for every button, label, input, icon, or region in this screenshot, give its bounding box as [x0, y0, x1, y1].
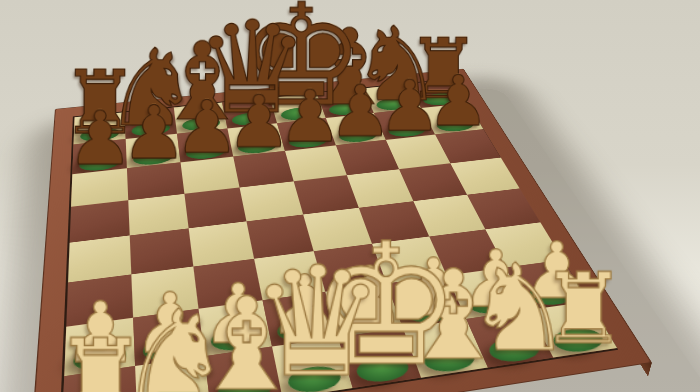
square-a4	[68, 235, 131, 282]
square-a6	[71, 168, 128, 207]
chess-board: ♜♞♝♛♚♝♞♜♟♟♟♟♟♟♟♟♟♟♟♟♟♟♟♟♜♞♝♛♚♝♞♜	[29, 69, 652, 392]
square-a1: ♜	[62, 366, 137, 392]
board-grid: ♜♞♝♛♚♝♞♜♟♟♟♟♟♟♟♟♟♟♟♟♟♟♟♟♜♞♝♛♚♝♞♜	[62, 79, 615, 392]
square-c4	[189, 221, 254, 266]
photo-scene: ♜♞♝♛♚♝♞♜♟♟♟♟♟♟♟♟♟♟♟♟♟♟♟♟♜♞♝♛♚♝♞♜	[0, 0, 700, 392]
square-a5	[70, 200, 130, 242]
square-b4	[130, 228, 194, 274]
piece-glyph: ♜	[53, 328, 148, 392]
square-d5	[240, 181, 304, 221]
piece-glyph: ♟	[67, 104, 133, 174]
square-a7: ♟	[72, 139, 127, 174]
square-b6	[127, 162, 184, 200]
